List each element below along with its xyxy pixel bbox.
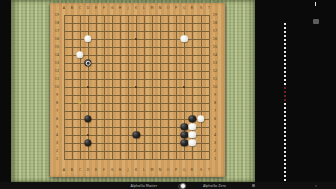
game-tree-node[interactable] <box>284 111 286 113</box>
panel-scroll-tick <box>315 2 316 6</box>
coordinate-label: 15 <box>212 45 216 48</box>
horizontal-line <box>64 103 209 104</box>
coordinate-label: 1 <box>55 157 57 160</box>
coordinate-label: 15 <box>54 45 58 48</box>
screen: AABBCCDDEEFFGGHHJJKKLLMMNNOOPPQQRRSSTT19… <box>0 0 336 189</box>
coordinate-label: D <box>87 6 90 9</box>
menu-button[interactable] <box>252 184 255 188</box>
star-point <box>87 134 89 136</box>
game-tree-node[interactable] <box>284 147 286 149</box>
coordinate-label: A <box>63 6 65 9</box>
coordinate-label: 1 <box>213 157 215 160</box>
star-point <box>135 38 137 40</box>
star-point <box>135 86 137 88</box>
coordinate-label: 14 <box>212 53 216 56</box>
black-player-name: AlphaGo Master <box>130 184 157 187</box>
coordinate-label: Q <box>183 6 186 9</box>
coordinate-label: 4 <box>213 133 215 136</box>
coordinate-label: 17 <box>212 29 216 32</box>
game-tree-node[interactable] <box>284 35 286 37</box>
game-tree-node[interactable] <box>284 87 286 89</box>
game-tree-node[interactable] <box>284 83 286 85</box>
white-stone-R3[interactable] <box>189 139 196 146</box>
coordinate-label: 10 <box>212 85 216 88</box>
coordinate-label: 3 <box>213 141 215 144</box>
vertical-line <box>168 15 169 160</box>
white-player-name: AlphaGo Zero <box>203 184 226 187</box>
coordinate-label: 19 <box>54 13 58 16</box>
coordinate-label: R <box>191 168 193 171</box>
game-tree-node[interactable] <box>284 59 286 61</box>
coordinate-label: 4 <box>55 133 57 136</box>
coordinate-label: 5 <box>55 125 57 128</box>
game-tree-node[interactable] <box>284 47 286 49</box>
horizontal-line <box>64 95 209 96</box>
game-tree-node[interactable] <box>284 119 286 121</box>
coordinate-label: 18 <box>212 21 216 24</box>
star-point <box>183 86 185 88</box>
game-tree-node[interactable] <box>284 71 286 73</box>
vertical-line <box>209 15 210 160</box>
game-tree-node[interactable] <box>284 159 286 161</box>
coordinate-label: H <box>119 168 122 171</box>
game-tree-node[interactable] <box>284 143 286 145</box>
white-stone-R4[interactable] <box>189 131 196 138</box>
last-move-marker <box>85 60 90 65</box>
coordinate-label: 16 <box>54 37 58 40</box>
star-point <box>87 86 89 88</box>
game-tree-node[interactable] <box>284 91 286 93</box>
coordinate-label: G <box>111 6 114 9</box>
coordinate-label: 8 <box>213 101 215 104</box>
coordinate-label: 14 <box>54 53 58 56</box>
coordinate-label: N <box>159 168 162 171</box>
coordinate-label: 13 <box>54 61 58 64</box>
coordinate-label: 17 <box>54 29 58 32</box>
coordinate-label: Q <box>183 168 186 171</box>
game-tree-node[interactable] <box>284 107 286 109</box>
coordinate-label: J <box>128 6 129 9</box>
game-tree-node[interactable] <box>284 135 286 137</box>
coordinate-label: C <box>79 6 81 9</box>
game-tree-node[interactable] <box>284 43 286 45</box>
white-stone-icon <box>180 183 186 189</box>
coordinate-label: F <box>103 6 105 9</box>
game-tree-node[interactable] <box>284 99 286 101</box>
coordinate-label: 10 <box>54 85 58 88</box>
coordinate-label: 6 <box>55 117 57 120</box>
coordinate-label: B <box>71 6 73 9</box>
coordinate-label: 16 <box>212 37 216 40</box>
game-tree-node[interactable] <box>284 167 286 169</box>
black-stone-Q3[interactable] <box>181 139 188 146</box>
coordinate-label: 7 <box>213 109 215 112</box>
coordinate-label: G <box>111 168 114 171</box>
coordinate-label: 12 <box>54 69 58 72</box>
hint-marker <box>78 101 81 104</box>
coordinate-label: 7 <box>55 109 57 112</box>
coordinate-label: 2 <box>55 149 57 152</box>
coordinate-label: 19 <box>212 13 216 16</box>
coordinate-label: O <box>167 6 170 9</box>
coordinate-label: M <box>151 168 154 171</box>
white-stone-D16[interactable] <box>84 35 91 42</box>
coordinate-label: 8 <box>55 101 57 104</box>
coordinate-label: P <box>175 6 177 9</box>
game-tree-node[interactable] <box>284 155 286 157</box>
game-tree-node[interactable] <box>284 31 286 33</box>
game-tree-node[interactable] <box>284 95 286 97</box>
coordinate-label: P <box>175 168 177 171</box>
coordinate-label: 9 <box>213 93 215 96</box>
game-tree-node[interactable] <box>284 179 286 181</box>
game-tree-node[interactable] <box>284 175 286 177</box>
vertical-line <box>201 15 202 160</box>
game-tree-node[interactable] <box>284 103 286 105</box>
coordinate-label: 2 <box>213 149 215 152</box>
player-bar: AlphaGo Master AlphaGo Zero <box>0 182 336 189</box>
black-stone-Q4[interactable] <box>181 131 188 138</box>
vertical-line <box>144 15 145 160</box>
vertical-line <box>176 15 177 160</box>
coordinate-label: 6 <box>213 117 215 120</box>
black-stone-D3[interactable] <box>84 139 91 146</box>
coordinate-label: O <box>167 168 170 171</box>
coordinate-label: 12 <box>212 69 216 72</box>
coordinate-label: 13 <box>212 61 216 64</box>
coordinate-label: R <box>191 6 193 9</box>
coordinate-label: S <box>199 6 201 9</box>
white-stone-C14[interactable] <box>76 51 83 58</box>
game-tree-node[interactable] <box>284 163 286 165</box>
game-tree-node[interactable] <box>284 55 286 57</box>
coordinate-label: E <box>95 6 97 9</box>
coordinate-label: 5 <box>213 125 215 128</box>
game-tree-node[interactable] <box>284 63 286 65</box>
coordinate-label: 18 <box>54 21 58 24</box>
game-tree-node[interactable] <box>284 75 286 77</box>
coordinate-label: 11 <box>54 77 58 80</box>
horizontal-line <box>64 151 209 152</box>
coordinate-label: C <box>79 168 81 171</box>
player-row: AlphaGo Master AlphaGo Zero <box>112 182 242 189</box>
game-tree-node[interactable] <box>284 39 286 41</box>
coordinate-label: L <box>143 6 145 9</box>
coordinate-label: 3 <box>55 141 57 144</box>
coordinate-label: E <box>95 168 97 171</box>
stone-pair-icon <box>178 183 185 188</box>
coordinate-label: A <box>63 168 65 171</box>
black-stone-R6[interactable] <box>189 115 196 122</box>
coordinate-label: F <box>103 168 105 171</box>
coordinate-label: B <box>71 168 73 171</box>
game-tree-node[interactable] <box>284 171 286 173</box>
coordinate-label: K <box>135 168 137 171</box>
game-tree-node[interactable] <box>284 127 286 129</box>
horizontal-line <box>64 159 209 160</box>
horizontal-line <box>64 111 209 112</box>
black-stone-D6[interactable] <box>84 115 91 122</box>
coordinate-label: T <box>208 168 210 171</box>
game-tree-node[interactable] <box>284 139 286 141</box>
black-stone-D13[interactable] <box>84 59 91 66</box>
white-stone-R5[interactable] <box>189 123 196 130</box>
coordinate-label: S <box>199 168 201 171</box>
game-tree-node[interactable] <box>284 67 286 69</box>
coordinate-label: D <box>87 168 90 171</box>
game-tree-node[interactable] <box>284 151 286 153</box>
vertical-line <box>152 15 153 160</box>
white-stone-S6[interactable] <box>197 115 204 122</box>
white-stone-Q16[interactable] <box>181 35 188 42</box>
game-tree-node[interactable] <box>284 51 286 53</box>
vertical-line <box>160 15 161 160</box>
coordinate-label: 9 <box>55 93 57 96</box>
coordinate-label: J <box>128 168 129 171</box>
go-board[interactable]: AABBCCDDEEFFGGHHJJKKLLMMNNOOPPQQRRSSTT19… <box>50 3 225 177</box>
game-tree-node[interactable] <box>284 23 286 25</box>
secondary-menu-button[interactable] <box>315 185 317 187</box>
black-stone-K4[interactable] <box>133 131 140 138</box>
game-tree-node[interactable] <box>284 27 286 29</box>
coordinate-label: 11 <box>212 77 216 80</box>
coordinate-label: M <box>151 6 154 9</box>
game-tree-node[interactable] <box>284 115 286 117</box>
panel-handle-button[interactable] <box>313 19 320 24</box>
coordinate-label: H <box>119 6 122 9</box>
coordinate-label: N <box>159 6 162 9</box>
game-tree-node[interactable] <box>284 123 286 125</box>
coordinate-label: K <box>135 6 137 9</box>
black-stone-Q5[interactable] <box>181 123 188 130</box>
coordinate-label: T <box>208 6 210 9</box>
game-tree-node[interactable] <box>284 79 286 81</box>
coordinate-label: L <box>143 168 145 171</box>
game-tree-node[interactable] <box>284 131 286 133</box>
